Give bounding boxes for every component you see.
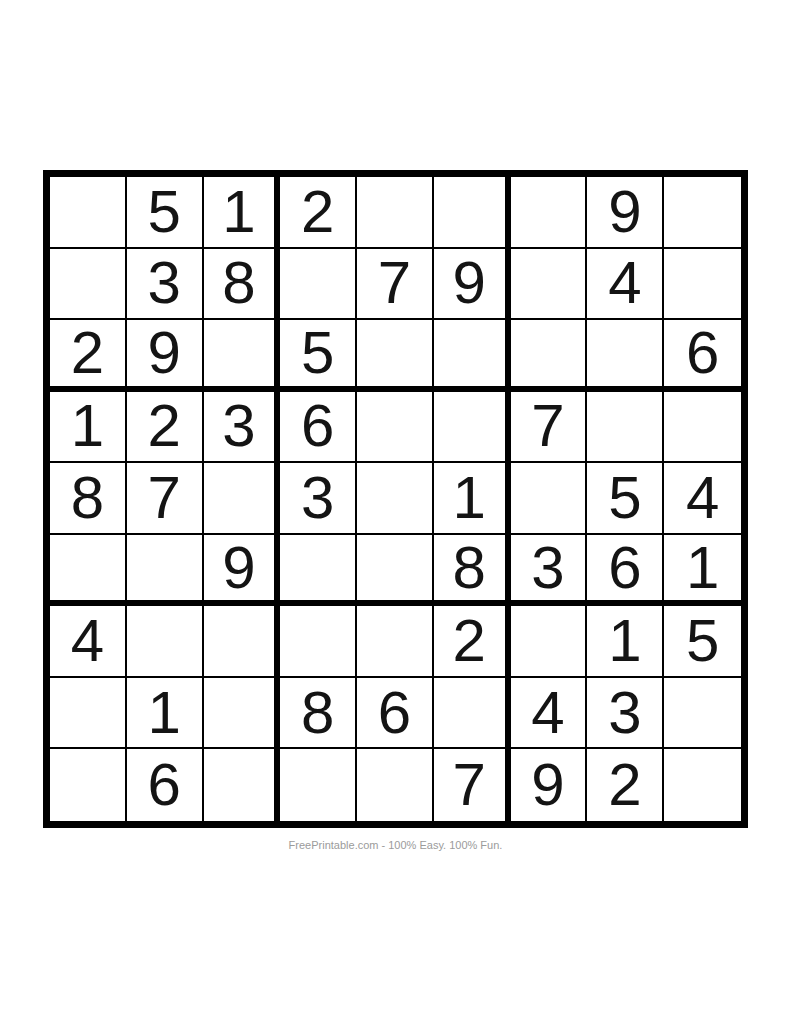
cell-r9c5 xyxy=(357,749,434,821)
cell-r2c9 xyxy=(664,249,741,321)
cell-r8c7: 4 xyxy=(511,678,588,750)
cell-r8c9 xyxy=(664,678,741,750)
cell-r3c2: 9 xyxy=(127,320,204,392)
cell-r8c2: 1 xyxy=(127,678,204,750)
cell-r4c9 xyxy=(664,392,741,464)
cell-r9c9 xyxy=(664,749,741,821)
cell-r5c4: 3 xyxy=(280,463,357,535)
cell-r5c1: 8 xyxy=(50,463,127,535)
cell-r1c1 xyxy=(50,177,127,249)
footer-credit: FreePrintable.com - 100% Easy. 100% Fun. xyxy=(0,839,791,851)
cell-r5c5 xyxy=(357,463,434,535)
cell-r3c6 xyxy=(434,320,511,392)
cell-r6c7: 3 xyxy=(511,535,588,607)
cell-r9c1 xyxy=(50,749,127,821)
cell-r9c6: 7 xyxy=(434,749,511,821)
cell-r4c6 xyxy=(434,392,511,464)
cell-r3c7 xyxy=(511,320,588,392)
cell-r7c8: 1 xyxy=(587,606,664,678)
cell-r8c3 xyxy=(204,678,281,750)
cell-r4c2: 2 xyxy=(127,392,204,464)
cell-r4c1: 1 xyxy=(50,392,127,464)
cell-r4c5 xyxy=(357,392,434,464)
cell-r6c4 xyxy=(280,535,357,607)
cell-r2c7 xyxy=(511,249,588,321)
cell-r1c7 xyxy=(511,177,588,249)
cell-r8c1 xyxy=(50,678,127,750)
cell-r6c9: 1 xyxy=(664,535,741,607)
cell-r7c1: 4 xyxy=(50,606,127,678)
cell-r4c4: 6 xyxy=(280,392,357,464)
cell-r1c4: 2 xyxy=(280,177,357,249)
cell-r9c7: 9 xyxy=(511,749,588,821)
cell-r3c4: 5 xyxy=(280,320,357,392)
cell-r2c6: 9 xyxy=(434,249,511,321)
cell-r5c8: 5 xyxy=(587,463,664,535)
cell-r1c2: 5 xyxy=(127,177,204,249)
sudoku-board: 5129387942956123678731549836142151864367… xyxy=(43,170,748,828)
cell-r5c3 xyxy=(204,463,281,535)
cell-r1c8: 9 xyxy=(587,177,664,249)
cell-r6c3: 9 xyxy=(204,535,281,607)
cell-r7c9: 5 xyxy=(664,606,741,678)
cell-r5c6: 1 xyxy=(434,463,511,535)
cell-r5c2: 7 xyxy=(127,463,204,535)
cell-r7c4 xyxy=(280,606,357,678)
cell-r2c4 xyxy=(280,249,357,321)
cell-r6c1 xyxy=(50,535,127,607)
cell-r6c6: 8 xyxy=(434,535,511,607)
cell-r4c7: 7 xyxy=(511,392,588,464)
cell-r3c9: 6 xyxy=(664,320,741,392)
cell-r3c1: 2 xyxy=(50,320,127,392)
cell-r8c5: 6 xyxy=(357,678,434,750)
cell-r9c4 xyxy=(280,749,357,821)
cell-r1c6 xyxy=(434,177,511,249)
cell-r2c2: 3 xyxy=(127,249,204,321)
cell-r8c6 xyxy=(434,678,511,750)
cell-r5c9: 4 xyxy=(664,463,741,535)
cell-r3c5 xyxy=(357,320,434,392)
cell-r7c5 xyxy=(357,606,434,678)
cell-r3c3 xyxy=(204,320,281,392)
cell-r4c3: 3 xyxy=(204,392,281,464)
cell-r7c6: 2 xyxy=(434,606,511,678)
cell-r6c5 xyxy=(357,535,434,607)
cell-r9c3 xyxy=(204,749,281,821)
cell-r6c2 xyxy=(127,535,204,607)
cell-r1c5 xyxy=(357,177,434,249)
cell-r2c8: 4 xyxy=(587,249,664,321)
cell-r2c1 xyxy=(50,249,127,321)
cell-r9c8: 2 xyxy=(587,749,664,821)
cell-r1c9 xyxy=(664,177,741,249)
cell-r8c4: 8 xyxy=(280,678,357,750)
cell-r2c5: 7 xyxy=(357,249,434,321)
cell-r7c2 xyxy=(127,606,204,678)
cell-r7c3 xyxy=(204,606,281,678)
cell-r3c8 xyxy=(587,320,664,392)
cell-r1c3: 1 xyxy=(204,177,281,249)
cell-r7c7 xyxy=(511,606,588,678)
cell-r6c8: 6 xyxy=(587,535,664,607)
cell-r8c8: 3 xyxy=(587,678,664,750)
cell-r9c2: 6 xyxy=(127,749,204,821)
cell-r5c7 xyxy=(511,463,588,535)
sudoku-page: 5129387942956123678731549836142151864367… xyxy=(0,0,791,1024)
cell-r2c3: 8 xyxy=(204,249,281,321)
cell-r4c8 xyxy=(587,392,664,464)
